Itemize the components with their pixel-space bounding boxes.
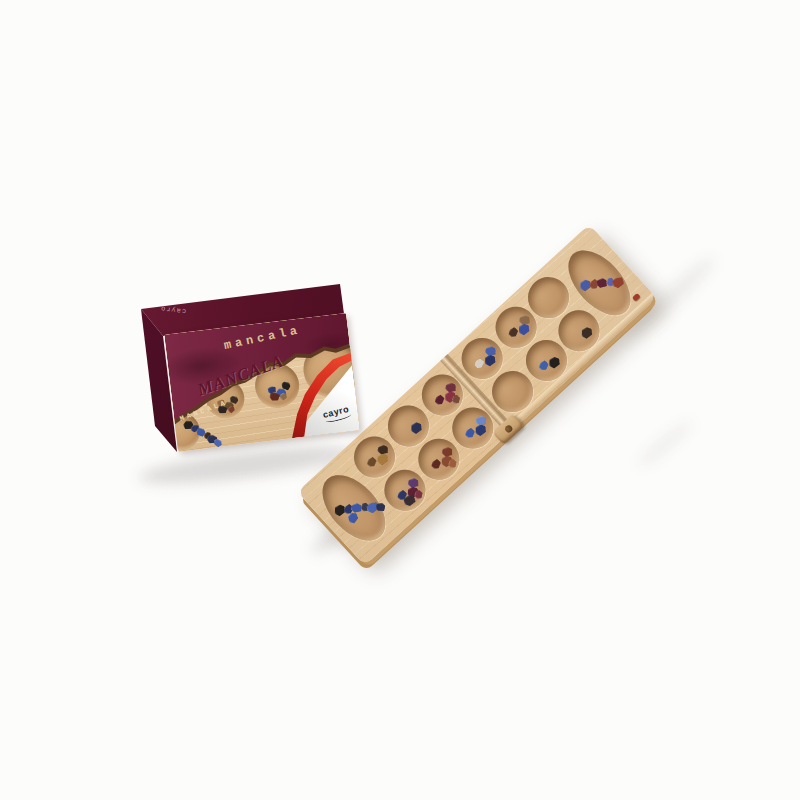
- product-photo-stage: cayro mancala MANCALA MANCALA cayro: [0, 0, 800, 800]
- gem-stone: [507, 326, 520, 339]
- game-box: cayro mancala MANCALA MANCALA cayro: [120, 276, 380, 486]
- gem-stone: [474, 415, 487, 427]
- board-cast-shadow: [634, 417, 695, 471]
- gem-stone: [429, 458, 442, 471]
- gem-stone: [433, 394, 446, 407]
- gem-stone: [484, 345, 497, 357]
- gem-stone: [473, 423, 489, 438]
- gem-stone: [473, 357, 486, 370]
- gem-stone: [406, 477, 419, 489]
- gem-stone: [463, 427, 476, 440]
- red-latch-dot: [632, 293, 641, 301]
- gem-stone: [518, 314, 531, 326]
- gem-stone: [349, 503, 362, 515]
- hinge-pin-icon: [503, 424, 513, 434]
- gem-stone: [610, 275, 626, 290]
- gem-stone: [537, 360, 550, 373]
- gem-stone: [546, 355, 562, 370]
- box-front: mancala MANCALA MANCALA cayro: [164, 313, 360, 452]
- gem-stone: [595, 278, 608, 290]
- gem-stone: [440, 446, 453, 458]
- box-lid-brand-text: cayro: [160, 304, 187, 315]
- gem-stone: [444, 381, 457, 393]
- gem-stone: [482, 353, 498, 368]
- box-art-corner-stones: [179, 416, 228, 451]
- gem-stone: [579, 326, 595, 341]
- gem-stone: [408, 421, 424, 436]
- gem-stone: [516, 322, 532, 337]
